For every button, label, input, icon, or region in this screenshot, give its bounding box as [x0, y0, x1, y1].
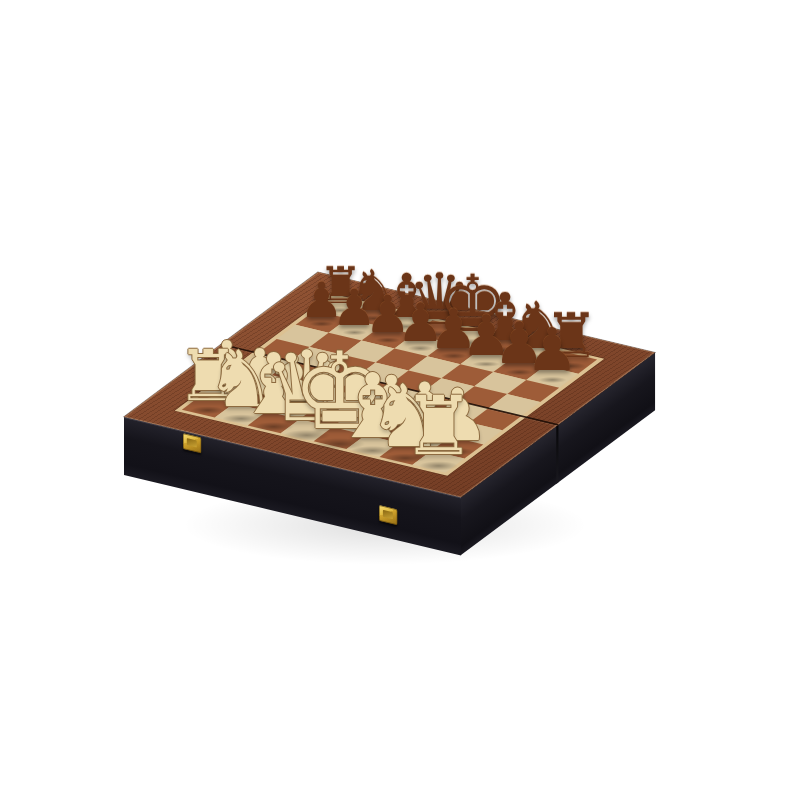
brass-latch-right: [379, 505, 397, 525]
fold-gap: [556, 424, 558, 484]
chess-set-product-photo: ♜♞♝♛♚♝♞♜♟♟♟♟♟♟♟♟♟♟♟♟♟♟♟♟♜♞♝♛♚♝♞♜: [0, 0, 800, 800]
brass-latch-left: [183, 433, 201, 453]
